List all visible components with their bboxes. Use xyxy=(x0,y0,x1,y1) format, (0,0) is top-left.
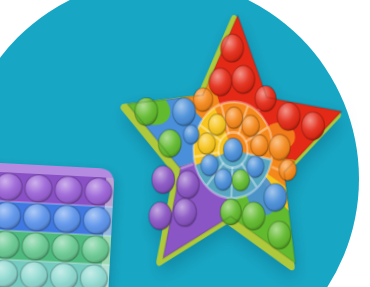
product-photo-canvas xyxy=(0,0,370,287)
rect-popit xyxy=(0,158,115,287)
popit-scene xyxy=(0,0,370,287)
